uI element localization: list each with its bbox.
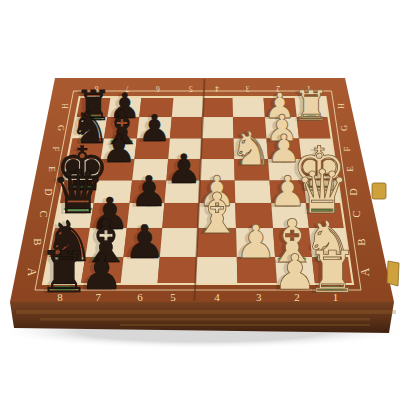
rank-label-back-4: 4 bbox=[215, 84, 219, 93]
piece-black-pawn-g6[interactable]: ♟♟ bbox=[134, 107, 171, 151]
piece-glyph: ♟ bbox=[124, 215, 166, 269]
file-label-right-D: D bbox=[348, 188, 359, 195]
piece-glyph: ♟ bbox=[273, 244, 317, 301]
square-h5[interactable] bbox=[172, 97, 204, 117]
square-g5[interactable] bbox=[170, 117, 203, 139]
rank-label-front-5: 5 bbox=[170, 291, 176, 303]
piece-black-pawn-a7[interactable]: ♟♟ bbox=[76, 244, 124, 302]
piece-glyph: ♟ bbox=[138, 107, 171, 150]
wood-grain-streak bbox=[40, 318, 370, 321]
rank-label-back-6: 6 bbox=[156, 84, 160, 93]
rank-label-front-3: 3 bbox=[256, 291, 262, 303]
brass-clasp bbox=[387, 261, 399, 286]
square-h4[interactable] bbox=[203, 97, 233, 117]
brass-hinge bbox=[372, 183, 386, 199]
rank-label-front-6: 6 bbox=[137, 291, 143, 303]
file-label-right-G: G bbox=[340, 125, 349, 131]
wood-grain-streak bbox=[16, 310, 396, 314]
piece-glyph: ♟ bbox=[130, 167, 168, 216]
wood-grain-streak bbox=[120, 324, 370, 326]
rank-label-front-4: 4 bbox=[214, 291, 220, 303]
piece-glyph: ♟ bbox=[80, 244, 124, 301]
rank-label-back-5: 5 bbox=[189, 84, 193, 93]
chess-set-photo: 8765432187654321ABCDEFGHABCDEFGH♜♜♟♟♜♜♟♟… bbox=[0, 0, 400, 400]
chess-board: 8765432187654321ABCDEFGHABCDEFGH♜♜♟♟♜♜♟♟… bbox=[0, 0, 400, 400]
file-label-right-A: A bbox=[359, 267, 372, 276]
board-frame-front-face bbox=[10, 302, 394, 333]
file-label-right-H: H bbox=[337, 103, 346, 109]
piece-white-pawn-a2[interactable]: ♟♟ bbox=[269, 244, 317, 302]
file-label-left-G: G bbox=[56, 125, 65, 131]
rank-label-back-3: 3 bbox=[245, 84, 249, 93]
piece-black-pawn-b6[interactable]: ♟♟ bbox=[120, 215, 166, 270]
